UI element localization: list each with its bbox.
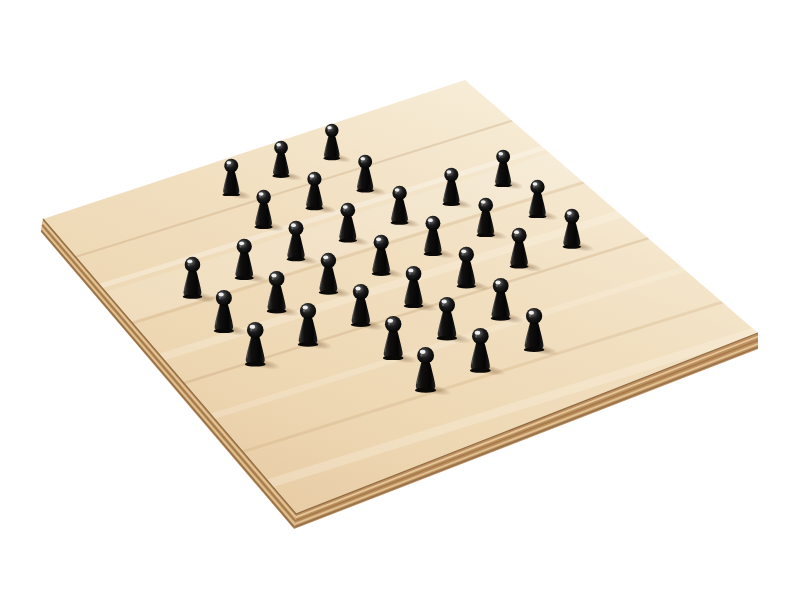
pawn-c1[interactable]	[220, 158, 242, 197]
pawn-a5[interactable]	[242, 321, 269, 367]
pawn-head	[418, 347, 435, 364]
pawn-highlight-soft	[442, 303, 444, 306]
pawn-base	[298, 342, 318, 347]
pawn-head	[237, 239, 252, 254]
pawn-base	[324, 157, 341, 161]
pawn-d4[interactable]	[369, 234, 393, 276]
pawn-highlight	[495, 280, 500, 284]
pawn-head	[478, 198, 493, 213]
pawn-base	[490, 316, 510, 320]
pawn-head	[459, 247, 474, 262]
pawn-base	[510, 265, 529, 269]
pawn-f3[interactable]	[440, 167, 463, 206]
pawn-head	[325, 124, 338, 137]
pawn-highlight-soft	[481, 203, 483, 206]
pawn-head	[185, 257, 201, 273]
pawn-highlight-soft	[250, 328, 252, 331]
pawn-highlight	[514, 231, 519, 235]
pawn-highlight	[394, 188, 399, 192]
pawn-base	[319, 290, 338, 294]
pawn-head	[307, 172, 321, 186]
pawn-highlight-soft	[277, 146, 279, 149]
pawn-head	[426, 216, 441, 231]
pawn-head	[224, 158, 238, 172]
pawn-base	[424, 252, 443, 256]
pawn-f5[interactable]	[507, 227, 531, 269]
pawn-highlight	[327, 126, 331, 129]
pawn-highlight	[356, 287, 361, 291]
pawn-highlight-soft	[227, 164, 229, 167]
pawn-c2[interactable]	[252, 189, 275, 229]
pawn-head	[492, 277, 508, 293]
pawn-highlight	[461, 249, 466, 253]
pawn-e7[interactable]	[521, 307, 547, 352]
pawn-highlight	[388, 318, 393, 322]
pawn-base	[470, 368, 491, 373]
pawn-c5[interactable]	[348, 283, 374, 327]
pawn-highlight-soft	[515, 234, 517, 237]
pawn-d2[interactable]	[303, 171, 326, 211]
pawn-base	[245, 362, 266, 367]
pawn-base	[235, 276, 254, 280]
pawn-highlight-soft	[310, 178, 312, 181]
pawn-highlight-soft	[462, 253, 464, 256]
pawn-highlight	[361, 157, 366, 160]
pawn-d6[interactable]	[434, 296, 460, 341]
pawn-c4[interactable]	[316, 252, 341, 295]
pawn-highlight-soft	[376, 240, 378, 243]
pawn-e4[interactable]	[421, 215, 445, 256]
pawn-highlight	[498, 152, 503, 155]
pawn-base	[287, 258, 306, 262]
pawn-f4[interactable]	[474, 197, 497, 238]
pawn-highlight-soft	[259, 195, 261, 198]
pawn-head	[268, 271, 284, 287]
pawn-highlight	[310, 175, 315, 179]
pawn-highlight	[226, 161, 231, 164]
pawn-highlight	[428, 219, 433, 223]
pawn-highlight-soft	[395, 191, 397, 194]
pawn-head	[444, 167, 458, 181]
pawn-head	[392, 185, 406, 199]
pawn-base	[437, 336, 457, 341]
pawn-base	[524, 348, 545, 353]
pawn-highlight	[409, 268, 414, 272]
pawn-highlight	[528, 311, 533, 315]
pawn-highlight	[567, 212, 572, 216]
pawn-a3[interactable]	[180, 256, 205, 299]
pawn-d7[interactable]	[467, 327, 494, 373]
pawn-highlight-soft	[475, 334, 477, 337]
pawn-head	[256, 190, 270, 204]
pawn-base	[254, 225, 272, 229]
pawn-base	[371, 271, 390, 275]
pawn-e3[interactable]	[388, 185, 411, 225]
pawn-a4[interactable]	[211, 289, 237, 334]
pawn-e5[interactable]	[454, 246, 479, 289]
pawn-head	[216, 289, 232, 305]
pawn-head	[340, 203, 355, 218]
pawn-base	[563, 245, 582, 249]
pawn-base	[266, 309, 286, 313]
pawn-highlight-soft	[240, 245, 242, 248]
pawn-highlight	[441, 299, 446, 303]
pawn-head	[353, 284, 369, 300]
pawn-highlight	[474, 330, 480, 334]
pawn-g3[interactable]	[492, 149, 514, 188]
pawn-e2[interactable]	[354, 154, 376, 193]
pawn-c3[interactable]	[284, 220, 308, 262]
pawn-highlight-soft	[533, 185, 535, 188]
pawn-e6[interactable]	[488, 277, 513, 321]
pawn-highlight	[219, 292, 224, 296]
pawn-highlight	[259, 192, 264, 196]
pawn-head	[247, 322, 264, 339]
pawn-d3[interactable]	[336, 202, 360, 243]
pawn-highlight	[277, 143, 282, 146]
pawn-base	[357, 188, 375, 192]
pawn-highlight-soft	[498, 155, 500, 158]
pawn-highlight-soft	[324, 259, 326, 262]
pawn-highlight-soft	[421, 354, 423, 357]
pawn-highlight	[323, 255, 328, 259]
pawn-head	[472, 328, 489, 345]
pawn-highlight-soft	[428, 222, 430, 225]
pawn-highlight-soft	[219, 296, 221, 299]
pawn-c6[interactable]	[380, 315, 406, 361]
pawn-base	[214, 328, 234, 333]
pawn-head	[385, 316, 401, 332]
pawn-e1[interactable]	[321, 123, 343, 160]
pawn-highlight-soft	[495, 284, 497, 287]
pawn-highlight	[376, 237, 381, 241]
pawn-base	[273, 174, 290, 178]
pawn-g5[interactable]	[560, 208, 584, 249]
pawn-head	[530, 179, 544, 193]
pawn-head	[359, 155, 373, 169]
pawn-head	[439, 297, 455, 313]
pawn-base	[338, 239, 357, 243]
pawn-highlight	[239, 242, 244, 246]
pawn-highlight-soft	[343, 209, 345, 212]
pawn-head	[275, 141, 289, 155]
pawn-highlight	[303, 306, 308, 310]
pawn-highlight	[343, 206, 348, 210]
pawn-base	[457, 284, 476, 288]
pawn-head	[321, 253, 336, 268]
pawn-base	[528, 214, 546, 218]
pawn-highlight	[446, 170, 451, 173]
pawn-base	[494, 183, 511, 187]
pawn-highlight	[533, 182, 538, 186]
pawn-highlight-soft	[568, 215, 570, 218]
pawn-c7[interactable]	[412, 346, 439, 393]
pawn-base	[183, 295, 203, 299]
pawn-base	[383, 355, 404, 360]
pawn-base	[476, 233, 494, 237]
pawn-highlight-soft	[271, 277, 273, 280]
pawn-base	[222, 192, 240, 196]
pawn-highlight	[271, 274, 276, 278]
product-photo	[0, 0, 800, 600]
pawn-highlight-soft	[361, 160, 363, 163]
pawn-highlight-soft	[409, 272, 411, 275]
pawn-b3[interactable]	[232, 238, 256, 280]
pawn-b5[interactable]	[295, 302, 321, 347]
pawn-highlight-soft	[291, 227, 293, 230]
pawn-head	[373, 234, 388, 249]
pawn-base	[306, 207, 324, 211]
pawn-b4[interactable]	[264, 270, 289, 314]
pawn-base	[404, 303, 424, 307]
pawn-highlight-soft	[447, 173, 449, 176]
pawn-highlight	[420, 350, 426, 354]
pawn-base	[415, 388, 436, 393]
pawn-d5[interactable]	[401, 265, 426, 309]
pawn-base	[351, 323, 371, 328]
pawn-highlight-soft	[529, 315, 531, 318]
pawn-highlight	[187, 260, 192, 264]
pawn-highlight-soft	[328, 129, 330, 132]
pawn-base	[442, 202, 460, 206]
pawn-head	[526, 308, 542, 324]
pawn-g4[interactable]	[526, 179, 549, 219]
pawn-highlight-soft	[188, 263, 190, 266]
pawn-highlight	[480, 200, 485, 204]
pawn-head	[496, 149, 510, 163]
pawn-highlight-soft	[356, 290, 358, 293]
pawn-head	[300, 303, 316, 319]
pawn-highlight-soft	[303, 309, 305, 312]
pawn-d1[interactable]	[270, 140, 292, 178]
pawn-highlight	[250, 324, 256, 328]
pawn-head	[512, 228, 527, 243]
board	[0, 0, 800, 600]
pawn-base	[390, 220, 408, 224]
pawn-head	[406, 266, 422, 282]
pawn-head	[565, 209, 580, 224]
pawn-highlight-soft	[388, 322, 390, 325]
pawn-highlight	[291, 224, 296, 228]
pawn-head	[288, 221, 303, 236]
